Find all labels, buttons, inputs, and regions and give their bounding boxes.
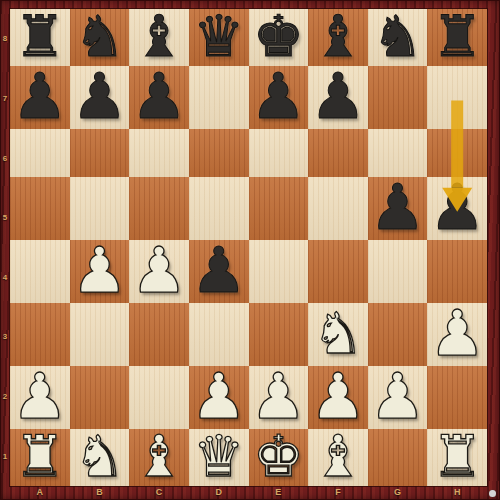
corner-dot (489, 490, 496, 497)
square-a7[interactable]: ♟ (10, 66, 70, 129)
square-e5[interactable] (249, 177, 309, 240)
square-d2[interactable]: ♟ (189, 366, 249, 429)
square-g5[interactable]: ♟ (368, 177, 428, 240)
square-h3[interactable]: ♟ (427, 303, 487, 366)
file-labels: ABCDEFGH (10, 486, 487, 500)
square-d4[interactable]: ♟ (189, 240, 249, 303)
rank-label: 8 (0, 9, 10, 69)
square-d5[interactable] (189, 177, 249, 240)
square-a6[interactable] (10, 129, 70, 177)
square-h5[interactable]: ♟ (427, 177, 487, 240)
square-d6[interactable] (189, 129, 249, 177)
rank-label: 5 (0, 188, 10, 248)
square-e7[interactable]: ♟ (249, 66, 309, 129)
square-a8[interactable]: ♜ (10, 9, 70, 66)
square-b2[interactable] (70, 366, 130, 429)
square-f8[interactable]: ♝ (308, 9, 368, 66)
file-label: D (189, 486, 249, 500)
square-d8[interactable]: ♛ (189, 9, 249, 66)
piece-white-bishop[interactable]: ♝ (312, 428, 363, 485)
square-g7[interactable] (368, 66, 428, 129)
square-c6[interactable] (129, 129, 189, 177)
square-d7[interactable] (189, 66, 249, 129)
piece-black-bishop[interactable]: ♝ (134, 8, 185, 65)
square-b7[interactable]: ♟ (70, 66, 130, 129)
square-h2[interactable] (427, 366, 487, 429)
piece-white-bishop[interactable]: ♝ (134, 428, 185, 485)
square-h4[interactable] (427, 240, 487, 303)
piece-black-pawn[interactable]: ♟ (12, 65, 68, 128)
piece-white-knight[interactable]: ♞ (74, 428, 125, 485)
square-a1[interactable]: ♜ (10, 429, 70, 486)
piece-black-rook[interactable]: ♜ (432, 8, 483, 65)
piece-white-knight[interactable]: ♞ (312, 305, 363, 362)
square-b3[interactable] (70, 303, 130, 366)
piece-black-pawn[interactable]: ♟ (71, 65, 127, 128)
piece-white-pawn[interactable]: ♟ (12, 365, 68, 428)
piece-white-pawn[interactable]: ♟ (310, 365, 366, 428)
square-e3[interactable] (249, 303, 309, 366)
square-g2[interactable]: ♟ (368, 366, 428, 429)
square-h6[interactable] (427, 129, 487, 177)
square-e6[interactable] (249, 129, 309, 177)
piece-black-pawn[interactable]: ♟ (250, 65, 306, 128)
square-a3[interactable] (10, 303, 70, 366)
piece-black-pawn[interactable]: ♟ (369, 176, 425, 239)
rank-label: 1 (0, 426, 10, 486)
square-a5[interactable] (10, 177, 70, 240)
piece-white-king[interactable]: ♚ (253, 428, 304, 485)
square-h7[interactable] (427, 66, 487, 129)
file-label: E (249, 486, 309, 500)
square-f6[interactable] (308, 129, 368, 177)
piece-white-pawn[interactable]: ♟ (71, 239, 127, 302)
square-a2[interactable]: ♟ (10, 366, 70, 429)
square-c3[interactable] (129, 303, 189, 366)
square-h1[interactable]: ♜ (427, 429, 487, 486)
chess-board-window: 87654321 ♜♞♝♛♚♝♞♜♟♟♟♟♟♟♟♟♟♟♞♟♟♟♟♟♟♜♞♝♛♚♝… (0, 0, 500, 500)
piece-white-pawn[interactable]: ♟ (131, 239, 187, 302)
square-f5[interactable] (308, 177, 368, 240)
square-b1[interactable]: ♞ (70, 429, 130, 486)
file-label: A (10, 486, 70, 500)
square-b8[interactable]: ♞ (70, 9, 130, 66)
square-g1[interactable] (368, 429, 428, 486)
rank-label: 4 (0, 248, 10, 308)
piece-white-pawn[interactable]: ♟ (190, 365, 246, 428)
square-g6[interactable] (368, 129, 428, 177)
piece-white-pawn[interactable]: ♟ (250, 365, 306, 428)
square-c7[interactable]: ♟ (129, 66, 189, 129)
square-f7[interactable]: ♟ (308, 66, 368, 129)
square-h8[interactable]: ♜ (427, 9, 487, 66)
piece-white-pawn[interactable]: ♟ (429, 302, 485, 365)
square-d3[interactable] (189, 303, 249, 366)
square-f2[interactable]: ♟ (308, 366, 368, 429)
file-label: G (368, 486, 428, 500)
rank-label: 2 (0, 367, 10, 427)
piece-black-queen[interactable]: ♛ (193, 8, 244, 65)
chess-board: ♜♞♝♛♚♝♞♜♟♟♟♟♟♟♟♟♟♟♞♟♟♟♟♟♟♜♞♝♛♚♝♜ (10, 9, 487, 486)
square-c2[interactable] (129, 366, 189, 429)
file-label: B (70, 486, 130, 500)
square-f3[interactable]: ♞ (308, 303, 368, 366)
square-a4[interactable] (10, 240, 70, 303)
square-c1[interactable]: ♝ (129, 429, 189, 486)
square-e4[interactable] (249, 240, 309, 303)
square-e2[interactable]: ♟ (249, 366, 309, 429)
piece-black-rook[interactable]: ♜ (14, 8, 65, 65)
square-f4[interactable] (308, 240, 368, 303)
piece-black-knight[interactable]: ♞ (74, 8, 125, 65)
rank-label: 6 (0, 128, 10, 188)
piece-black-bishop[interactable]: ♝ (312, 8, 363, 65)
piece-black-pawn[interactable]: ♟ (310, 65, 366, 128)
piece-black-knight[interactable]: ♞ (372, 8, 423, 65)
file-label: C (129, 486, 189, 500)
square-g3[interactable] (368, 303, 428, 366)
square-d1[interactable]: ♛ (189, 429, 249, 486)
square-f1[interactable]: ♝ (308, 429, 368, 486)
piece-white-rook[interactable]: ♜ (432, 428, 483, 485)
square-b6[interactable] (70, 129, 130, 177)
square-g4[interactable] (368, 240, 428, 303)
file-label: F (308, 486, 368, 500)
piece-black-pawn[interactable]: ♟ (131, 65, 187, 128)
square-e1[interactable]: ♚ (249, 429, 309, 486)
piece-white-pawn[interactable]: ♟ (369, 365, 425, 428)
square-c8[interactable]: ♝ (129, 9, 189, 66)
piece-black-pawn[interactable]: ♟ (429, 176, 485, 239)
square-b4[interactable]: ♟ (70, 240, 130, 303)
piece-black-pawn[interactable]: ♟ (190, 239, 246, 302)
piece-black-king[interactable]: ♚ (253, 8, 304, 65)
rank-labels: 87654321 (0, 9, 10, 486)
piece-white-queen[interactable]: ♛ (193, 428, 244, 485)
square-b5[interactable] (70, 177, 130, 240)
square-c5[interactable] (129, 177, 189, 240)
square-e8[interactable]: ♚ (249, 9, 309, 66)
piece-white-rook[interactable]: ♜ (14, 428, 65, 485)
rank-label: 3 (0, 307, 10, 367)
square-c4[interactable]: ♟ (129, 240, 189, 303)
square-g8[interactable]: ♞ (368, 9, 428, 66)
rank-label: 7 (0, 69, 10, 129)
file-label: H (427, 486, 487, 500)
